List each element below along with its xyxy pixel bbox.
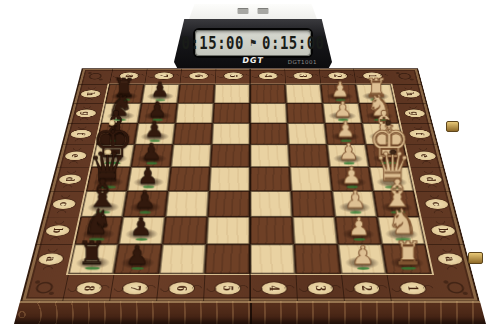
square-g4 — [250, 103, 287, 123]
piece-white-pawn-h2: ♟ — [320, 84, 358, 103]
file-label-e: e — [406, 144, 445, 167]
rank-label-4: 4 — [250, 275, 297, 302]
file-label-b: b — [421, 217, 464, 244]
square-d6 — [168, 167, 210, 191]
piece-black-pawn-h7: ♟ — [141, 84, 179, 103]
rank-label-3: 3 — [296, 275, 344, 302]
square-g8 — [101, 103, 142, 123]
square-f3 — [287, 123, 327, 144]
square-d1 — [369, 167, 414, 191]
file-label-h: h — [73, 84, 108, 103]
square-e2 — [327, 144, 369, 167]
rank-label-8: 8 — [109, 68, 147, 83]
square-b3 — [292, 217, 337, 244]
rank-label-1: 1 — [387, 275, 438, 302]
square-h2 — [320, 84, 358, 103]
board-fold-seam — [249, 68, 251, 302]
square-g1 — [359, 103, 400, 123]
square-b8 — [74, 217, 122, 244]
piece-black-rook-a8: ♜ — [68, 244, 118, 273]
rank-label-5: 5 — [203, 275, 250, 302]
square-c8 — [80, 191, 127, 217]
board-frame: 87654321 87654321 hgfedcba hgfedcba — [20, 68, 480, 302]
square-g2 — [323, 103, 362, 123]
square-c4 — [250, 191, 292, 217]
piece-white-pawn-g2: ♟ — [323, 103, 362, 123]
rank-label-8: 8 — [62, 275, 113, 302]
square-a5 — [205, 244, 250, 273]
piece-black-pawn-g7: ♟ — [138, 103, 177, 123]
file-label-c: c — [416, 191, 458, 217]
rank-label-2: 2 — [319, 68, 356, 83]
square-e3 — [288, 144, 329, 167]
square-h7 — [141, 84, 179, 103]
square-d4 — [250, 167, 291, 191]
square-f7 — [135, 123, 176, 144]
square-f4 — [250, 123, 288, 144]
file-label-g: g — [397, 103, 433, 123]
piece-white-queen-d1: ♛ — [369, 167, 414, 191]
clock-model-label: DGT1001 — [288, 59, 317, 65]
square-a3 — [294, 244, 341, 273]
square-e8 — [91, 144, 134, 167]
square-b5 — [206, 217, 250, 244]
square-g7 — [138, 103, 177, 123]
square-g3 — [286, 103, 324, 123]
piece-black-pawn-c7: ♟ — [123, 191, 168, 217]
file-label-b: b — [35, 217, 78, 244]
corner-ornament — [387, 68, 422, 84]
clock-body: 0:15:00 ⚑ 0:15:00 DGT DGT1001 — [174, 19, 332, 68]
square-f8 — [96, 123, 138, 144]
piece-black-king-e8: ♚ — [91, 144, 134, 167]
square-f6 — [173, 123, 213, 144]
square-a8 — [68, 244, 118, 273]
piece-black-queen-d8: ♛ — [86, 167, 131, 191]
playfield — [66, 84, 434, 276]
file-label-c: c — [43, 191, 85, 217]
square-e5 — [210, 144, 250, 167]
rank-label-6: 6 — [156, 275, 204, 302]
product-photo: 0:15:00 ⚑ 0:15:00 DGT DGT1001 87654321 8… — [0, 0, 500, 333]
file-label-a: a — [427, 244, 472, 273]
chess-board: 87654321 87654321 hgfedcba hgfedcba ♜♟♟♜… — [20, 68, 480, 302]
piece-black-pawn-b7: ♟ — [118, 217, 165, 244]
piece-black-bishop-c8: ♝ — [80, 191, 127, 217]
rank-label-5: 5 — [215, 68, 250, 83]
pause-icon — [238, 8, 249, 14]
brass-clasp — [468, 252, 483, 264]
square-d7 — [127, 167, 171, 191]
piece-white-pawn-a2: ♟ — [338, 244, 387, 273]
piece-black-knight-g8: ♞ — [101, 103, 142, 123]
piece-white-pawn-f2: ♟ — [325, 123, 366, 144]
rank-labels-bottom: 87654321 — [62, 275, 438, 302]
square-h3 — [285, 84, 322, 103]
piece-white-knight-g1: ♞ — [359, 103, 400, 123]
square-a1 — [382, 244, 432, 273]
square-e4 — [250, 144, 290, 167]
square-d8 — [86, 167, 131, 191]
brass-clasp — [446, 121, 459, 132]
dgt-chess-clock: 0:15:00 ⚑ 0:15:00 DGT DGT1001 — [174, 2, 332, 68]
piece-black-rook-h8: ♜ — [105, 84, 144, 103]
file-label-f: f — [62, 123, 99, 144]
right-player-time: 0:15:00 — [262, 33, 325, 52]
piece-black-bishop-f8: ♝ — [96, 123, 138, 144]
file-label-h: h — [392, 84, 427, 103]
clock-buttons — [238, 8, 269, 14]
piece-white-pawn-c2: ♟ — [332, 191, 377, 217]
square-c7 — [123, 191, 168, 217]
square-d2 — [329, 167, 373, 191]
dgt-logo: DGT — [242, 56, 265, 65]
piece-white-bishop-c1: ♝ — [373, 191, 420, 217]
file-label-d: d — [410, 167, 450, 191]
move-indicator-icon: ⚑ — [249, 39, 257, 48]
square-c3 — [291, 191, 335, 217]
square-c2 — [332, 191, 377, 217]
rank-label-7: 7 — [109, 275, 159, 302]
rank-label-3: 3 — [284, 68, 320, 83]
square-b6 — [162, 217, 207, 244]
square-a2 — [338, 244, 387, 273]
clock-display: 0:15:00 ⚑ 0:15:00 — [195, 30, 311, 56]
square-g6 — [175, 103, 213, 123]
board-front-edge — [14, 301, 486, 324]
piece-black-pawn-d7: ♟ — [127, 167, 171, 191]
left-player-time: 0:15:00 — [181, 33, 244, 52]
square-b7 — [118, 217, 165, 244]
piece-white-king-e1: ♚ — [365, 144, 408, 167]
rank-label-4: 4 — [250, 68, 285, 83]
piece-white-knight-b1: ♞ — [377, 217, 425, 244]
square-d3 — [290, 167, 332, 191]
file-labels-right: hgfedcba — [392, 84, 472, 273]
piece-white-pawn-e2: ♟ — [327, 144, 369, 167]
square-e1 — [365, 144, 408, 167]
square-b2 — [335, 217, 382, 244]
square-h5 — [214, 84, 250, 103]
square-a4 — [250, 244, 295, 273]
square-a7 — [114, 244, 163, 273]
square-f1 — [362, 123, 404, 144]
rank-label-2: 2 — [341, 275, 391, 302]
square-e7 — [131, 144, 173, 167]
piece-black-pawn-a7: ♟ — [114, 244, 163, 273]
file-label-d: d — [49, 167, 89, 191]
corner-ornament — [432, 274, 480, 302]
square-b1 — [377, 217, 425, 244]
piece-black-pawn-e7: ♟ — [131, 144, 173, 167]
rank-label-6: 6 — [180, 68, 216, 83]
file-label-g: g — [67, 103, 103, 123]
piece-white-bishop-f1: ♝ — [362, 123, 404, 144]
square-c6 — [165, 191, 209, 217]
piece-black-pawn-f7: ♟ — [135, 123, 176, 144]
square-a6 — [159, 244, 206, 273]
square-h8 — [105, 84, 144, 103]
square-d5 — [209, 167, 250, 191]
square-h1 — [356, 84, 395, 103]
piece-white-pawn-b2: ♟ — [335, 217, 382, 244]
square-h4 — [250, 84, 286, 103]
rank-label-1: 1 — [353, 68, 391, 83]
piece-white-rook-a1: ♜ — [382, 244, 432, 273]
rank-labels-top: 87654321 — [109, 68, 391, 83]
piece-white-rook-h1: ♜ — [356, 84, 395, 103]
square-f5 — [212, 123, 250, 144]
file-label-a: a — [27, 244, 72, 273]
square-f2 — [325, 123, 366, 144]
corner-ornament — [20, 274, 68, 302]
square-e6 — [171, 144, 212, 167]
file-label-e: e — [56, 144, 95, 167]
file-label-f: f — [401, 123, 438, 144]
square-c1 — [373, 191, 420, 217]
corner-ornament — [78, 68, 113, 84]
square-h6 — [177, 84, 214, 103]
clock-brand-row: DGT DGT1001 — [174, 56, 332, 66]
square-c5 — [208, 191, 250, 217]
play-icon — [258, 8, 269, 14]
rank-label-7: 7 — [144, 68, 181, 83]
piece-white-pawn-d2: ♟ — [329, 167, 373, 191]
file-labels-left: hgfedcba — [27, 84, 107, 273]
pieces-layer: ♜♟♟♜♞♟♟♞♝♟♟♝♚♟♟♚♛♟♟♛♝♟♟♝♞♟♟♞♜♟♟♜ — [20, 68, 480, 302]
square-b4 — [250, 217, 294, 244]
square-g5 — [213, 103, 250, 123]
piece-black-knight-b8: ♞ — [74, 217, 122, 244]
